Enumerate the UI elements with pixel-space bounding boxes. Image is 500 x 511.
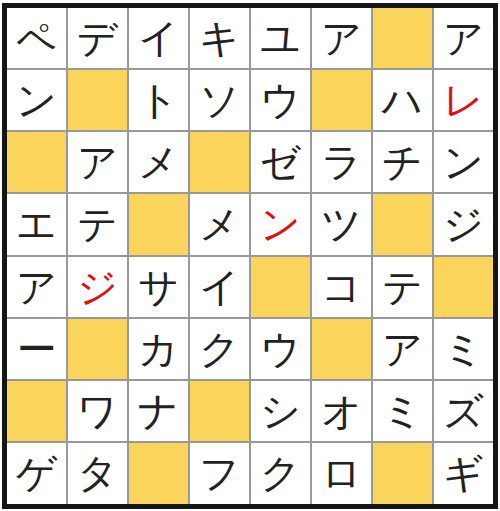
letter-cell-r1c2[interactable]: デ xyxy=(68,8,127,68)
letter: ウ xyxy=(260,329,301,369)
red-letter: ジ xyxy=(77,267,118,307)
letter-cell-r2c8[interactable]: レ xyxy=(434,70,493,130)
letter: ゼ xyxy=(260,142,301,182)
letter-cell-r3c6[interactable]: ラ xyxy=(312,132,371,192)
letter-cell-r7c3[interactable]: ナ xyxy=(129,381,188,441)
letter: テ xyxy=(77,204,118,244)
letter-cell-r8c8[interactable]: ギ xyxy=(434,443,493,503)
letter-cell-r7c6[interactable]: オ xyxy=(312,381,371,441)
letter-cell-r2c4[interactable]: ソ xyxy=(190,70,249,130)
letter: ミ xyxy=(382,391,423,431)
letter-cell-r3c3[interactable]: メ xyxy=(129,132,188,192)
letter: ツ xyxy=(321,204,362,244)
blocked-cell-r2c6[interactable] xyxy=(312,70,371,130)
letter: ズ xyxy=(443,391,484,431)
blocked-cell-r7c4[interactable] xyxy=(190,381,249,441)
letter: ハ xyxy=(382,80,423,120)
letter-cell-r4c1[interactable]: エ xyxy=(7,194,66,254)
blocked-cell-r7c1[interactable] xyxy=(7,381,66,441)
letter-cell-r4c2[interactable]: テ xyxy=(68,194,127,254)
letter: シ xyxy=(260,391,301,431)
letter: ア xyxy=(443,18,484,58)
letter: サ xyxy=(138,267,179,307)
letter: テ xyxy=(382,267,423,307)
letter: ソ xyxy=(199,80,240,120)
letter-cell-r6c7[interactable]: ア xyxy=(373,319,432,379)
blocked-cell-r6c6[interactable] xyxy=(312,319,371,379)
letter-cell-r1c4[interactable]: キ xyxy=(190,8,249,68)
letter-cell-r6c5[interactable]: ウ xyxy=(251,319,310,379)
letter-cell-r5c6[interactable]: コ xyxy=(312,257,371,317)
letter-cell-r1c8[interactable]: ア xyxy=(434,8,493,68)
blocked-cell-r2c2[interactable] xyxy=(68,70,127,130)
letter: エ xyxy=(16,204,57,244)
letter: イ xyxy=(199,267,240,307)
letter: オ xyxy=(321,391,362,431)
letter-cell-r4c4[interactable]: メ xyxy=(190,194,249,254)
red-letter: ン xyxy=(260,204,301,244)
letter: ク xyxy=(199,329,240,369)
letter-cell-r3c7[interactable]: チ xyxy=(373,132,432,192)
letter-cell-r5c3[interactable]: サ xyxy=(129,257,188,317)
letter: ロ xyxy=(321,453,362,493)
letter-cell-r5c1[interactable]: ア xyxy=(7,257,66,317)
letter-cell-r5c2[interactable]: ジ xyxy=(68,257,127,317)
letter-cell-r1c3[interactable]: イ xyxy=(129,8,188,68)
letter: フ xyxy=(199,453,240,493)
letter-cell-r2c1[interactable]: ン xyxy=(7,70,66,130)
letter-cell-r8c6[interactable]: ロ xyxy=(312,443,371,503)
letter-cell-r6c4[interactable]: ク xyxy=(190,319,249,379)
letter-cell-r4c8[interactable]: ジ xyxy=(434,194,493,254)
letter-cell-r4c5[interactable]: ン xyxy=(251,194,310,254)
letter-cell-r8c1[interactable]: ゲ xyxy=(7,443,66,503)
blocked-cell-r8c7[interactable] xyxy=(373,443,432,503)
letter: ウ xyxy=(260,80,301,120)
letter: メ xyxy=(138,142,179,182)
crossword-board: ペデイキユアアントソウハレアメゼラチンエテメンツジアジサイコテーカクウアミワナシ… xyxy=(2,3,498,509)
letter: ア xyxy=(321,18,362,58)
letter-cell-r1c5[interactable]: ユ xyxy=(251,8,310,68)
letter: ト xyxy=(138,80,179,120)
letter-cell-r6c3[interactable]: カ xyxy=(129,319,188,379)
letter-cell-r1c1[interactable]: ペ xyxy=(7,8,66,68)
letter: ゲ xyxy=(16,453,57,493)
letter-cell-r7c7[interactable]: ミ xyxy=(373,381,432,441)
letter: ア xyxy=(16,267,57,307)
blocked-cell-r5c8[interactable] xyxy=(434,257,493,317)
letter: メ xyxy=(199,204,240,244)
blocked-cell-r3c1[interactable] xyxy=(7,132,66,192)
letter: ン xyxy=(443,142,484,182)
letter-cell-r5c7[interactable]: テ xyxy=(373,257,432,317)
letter-cell-r1c6[interactable]: ア xyxy=(312,8,371,68)
letter: ン xyxy=(16,80,57,120)
letter: ワ xyxy=(77,391,118,431)
letter: キ xyxy=(199,18,240,58)
letter: ユ xyxy=(260,18,301,58)
letter-cell-r7c5[interactable]: シ xyxy=(251,381,310,441)
letter: ジ xyxy=(443,204,484,244)
letter-cell-r2c7[interactable]: ハ xyxy=(373,70,432,130)
blocked-cell-r4c3[interactable] xyxy=(129,194,188,254)
letter: ク xyxy=(260,453,301,493)
letter: ミ xyxy=(443,329,484,369)
letter-cell-r3c2[interactable]: ア xyxy=(68,132,127,192)
letter: ラ xyxy=(321,142,362,182)
blocked-cell-r6c2[interactable] xyxy=(68,319,127,379)
letter: ー xyxy=(17,329,57,369)
blocked-cell-r5c5[interactable] xyxy=(251,257,310,317)
letter-cell-r4c6[interactable]: ツ xyxy=(312,194,371,254)
letter-cell-r6c1[interactable]: ー xyxy=(7,319,66,379)
letter-cell-r8c2[interactable]: タ xyxy=(68,443,127,503)
letter-cell-r2c3[interactable]: ト xyxy=(129,70,188,130)
letter-cell-r7c8[interactable]: ズ xyxy=(434,381,493,441)
letter-cell-r5c4[interactable]: イ xyxy=(190,257,249,317)
letter: カ xyxy=(138,329,179,369)
letter: ペ xyxy=(16,18,57,58)
blocked-cell-r4c7[interactable] xyxy=(373,194,432,254)
letter: チ xyxy=(382,142,423,182)
letter: ア xyxy=(382,329,423,369)
letter: イ xyxy=(138,18,179,58)
blocked-cell-r8c3[interactable] xyxy=(129,443,188,503)
letter: ア xyxy=(77,142,118,182)
letter-cell-r6c8[interactable]: ミ xyxy=(434,319,493,379)
blocked-cell-r1c7[interactable] xyxy=(373,8,432,68)
letter-cell-r2c5[interactable]: ウ xyxy=(251,70,310,130)
red-letter: レ xyxy=(443,80,484,120)
letter: タ xyxy=(77,453,118,493)
letter-cell-r3c8[interactable]: ン xyxy=(434,132,493,192)
letter: デ xyxy=(77,18,118,58)
crossword-page: ペデイキユアアントソウハレアメゼラチンエテメンツジアジサイコテーカクウアミワナシ… xyxy=(0,0,500,511)
letter: ナ xyxy=(138,391,179,431)
letter-cell-r8c5[interactable]: ク xyxy=(251,443,310,503)
letter: ギ xyxy=(443,453,484,493)
letter-cell-r8c4[interactable]: フ xyxy=(190,443,249,503)
letter-cell-r3c5[interactable]: ゼ xyxy=(251,132,310,192)
letter: コ xyxy=(321,267,362,307)
blocked-cell-r3c4[interactable] xyxy=(190,132,249,192)
letter-cell-r7c2[interactable]: ワ xyxy=(68,381,127,441)
